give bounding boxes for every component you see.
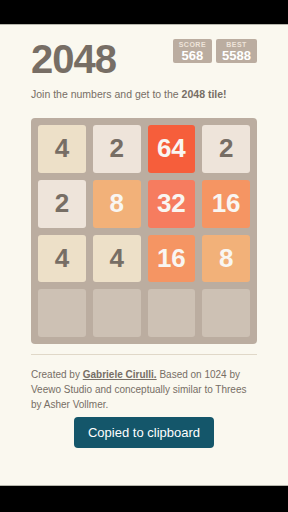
best-box: BEST 5588 <box>216 39 257 63</box>
page-title: 2048 <box>31 39 116 79</box>
tile-32: 32 <box>148 180 196 228</box>
empty-cell <box>148 289 196 337</box>
navigation-bar <box>0 485 288 512</box>
screen: 2048 SCORE 568 BEST 5588 Join the number… <box>0 0 288 512</box>
score-value: 568 <box>182 49 204 63</box>
tile-4: 4 <box>93 235 141 283</box>
empty-cell <box>202 289 250 337</box>
tile-8: 8 <box>93 180 141 228</box>
header: 2048 SCORE 568 BEST 5588 <box>31 39 257 79</box>
copied-to-clipboard-button[interactable]: Copied to clipboard <box>74 417 214 448</box>
subtitle-text: Join the numbers and get to the <box>31 88 182 100</box>
tile-4: 4 <box>38 125 86 173</box>
tile-2: 2 <box>38 180 86 228</box>
tile-16: 16 <box>202 180 250 228</box>
best-value: 5588 <box>222 49 251 63</box>
tile-16: 16 <box>148 235 196 283</box>
board[interactable]: 4264228321644168 <box>31 118 257 344</box>
tile-64: 64 <box>148 125 196 173</box>
footer-credits: Created by Gabriele Cirulli. Based on 10… <box>31 367 257 412</box>
empty-cell <box>93 289 141 337</box>
author-link[interactable]: Gabriele Cirulli. <box>83 369 157 380</box>
score-panel: SCORE 568 BEST 5588 <box>173 39 257 63</box>
tile-2: 2 <box>93 125 141 173</box>
footer-text-before: Created by <box>31 369 83 380</box>
tile-8: 8 <box>202 235 250 283</box>
subtitle-goal: 2048 tile! <box>182 88 227 100</box>
tile-4: 4 <box>38 235 86 283</box>
status-bar <box>0 0 288 25</box>
empty-cell <box>38 289 86 337</box>
subtitle: Join the numbers and get to the 2048 til… <box>31 89 257 100</box>
divider <box>31 354 257 355</box>
content: 2048 SCORE 568 BEST 5588 Join the number… <box>0 39 288 448</box>
score-box: SCORE 568 <box>173 39 212 63</box>
tile-2: 2 <box>202 125 250 173</box>
